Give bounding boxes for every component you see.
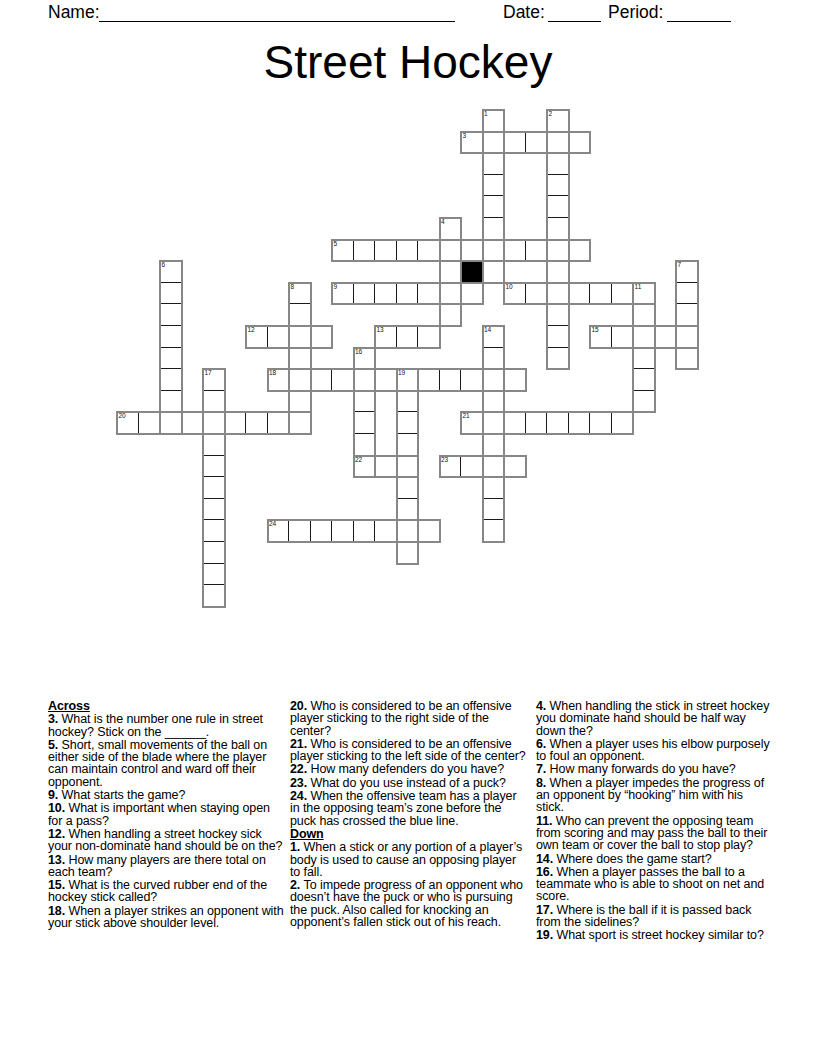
grid-cell[interactable]: [311, 520, 333, 542]
grid-cell[interactable]: [354, 391, 376, 413]
grid-cell[interactable]: [160, 326, 182, 348]
grid-cell[interactable]: [569, 240, 591, 262]
clue-item-down-8: 8. When a player impedes the progress of…: [536, 777, 774, 814]
grid-cell[interactable]: [526, 240, 548, 262]
grid-cell[interactable]: [311, 369, 333, 391]
clue-item-across-9: 9. What starts the game?: [48, 789, 286, 801]
clue-number: 15: [592, 326, 599, 334]
clue-column: Across3. What is the number one rule in …: [48, 700, 286, 930]
clue-num: 12.: [48, 827, 68, 841]
grid-cell[interactable]: [483, 391, 505, 413]
grid-cell[interactable]: [354, 520, 376, 542]
grid-cell[interactable]: [397, 240, 419, 262]
clue-number: 2: [549, 110, 553, 118]
grid-cell[interactable]: [160, 348, 182, 370]
grid-cell[interactable]: [203, 499, 225, 521]
grid-cell[interactable]: [289, 369, 311, 391]
clue-column: 20. Who is considered to be an offensive…: [290, 700, 528, 929]
grid-cell[interactable]: [397, 499, 419, 521]
grid-cell[interactable]: [612, 326, 634, 348]
grid-cell[interactable]: [203, 542, 225, 564]
grid-cell[interactable]: [375, 456, 397, 478]
grid-cell[interactable]: [676, 304, 698, 326]
grid-cell[interactable]: [268, 326, 290, 348]
grid-cell[interactable]: [440, 369, 462, 391]
grid-cell[interactable]: [203, 477, 225, 499]
period-blank-line: [667, 3, 731, 22]
clue-number: 23: [441, 456, 448, 464]
clue-item-down-11: 11. Who can prevent the opposing team fr…: [536, 815, 774, 852]
clue-num: 24.: [290, 789, 310, 803]
clue-num: 3.: [48, 712, 62, 726]
grid-cell[interactable]: 2: [547, 110, 569, 132]
grid-cell[interactable]: [354, 369, 376, 391]
grid-cell[interactable]: [547, 304, 569, 326]
grid-cell[interactable]: [547, 326, 569, 348]
grid-cell[interactable]: 10: [504, 283, 526, 305]
grid-cell[interactable]: [160, 412, 182, 434]
clue-number: 21: [463, 412, 470, 420]
clue-number: 10: [506, 283, 513, 291]
grid-cell[interactable]: 7: [676, 261, 698, 283]
grid-cell[interactable]: [397, 391, 419, 413]
clue-num: 20.: [290, 699, 310, 713]
grid-cell[interactable]: [633, 326, 655, 348]
grid-cell[interactable]: [418, 369, 440, 391]
clue-num: 1.: [290, 840, 304, 854]
grid-cell[interactable]: [332, 520, 354, 542]
grid-cell[interactable]: [354, 240, 376, 262]
clue-item-across-3: 3. What is the number one rule in street…: [48, 713, 286, 738]
grid-cell[interactable]: [139, 412, 161, 434]
clue-num: 19.: [536, 928, 556, 942]
clue-item-across-21: 21. Who is considered to be an offensive…: [290, 738, 528, 763]
grid-cell[interactable]: [440, 261, 462, 283]
clue-number: 5: [334, 240, 338, 248]
clue-num: 11.: [536, 814, 556, 828]
clue-number: 24: [269, 520, 276, 528]
clue-number: 18: [269, 369, 276, 377]
grid-cell[interactable]: [483, 477, 505, 499]
clue-number: 7: [678, 261, 682, 269]
grid-cell[interactable]: [483, 456, 505, 478]
grid-cell[interactable]: [547, 132, 569, 154]
grid-cell[interactable]: [289, 326, 311, 348]
grid-cell[interactable]: [225, 412, 247, 434]
grid-cell[interactable]: [354, 434, 376, 456]
grid-cell[interactable]: [268, 412, 290, 434]
clue-item-down-6: 6. When a player uses his elbow purposel…: [536, 738, 774, 763]
grid-cell[interactable]: [483, 240, 505, 262]
clue-number: 14: [484, 326, 491, 334]
name-blank-line: [99, 3, 455, 22]
grid-cell[interactable]: [160, 391, 182, 413]
grid-cell[interactable]: [289, 520, 311, 542]
grid-cell[interactable]: [655, 326, 677, 348]
grid-cell[interactable]: [633, 369, 655, 391]
grid-cell[interactable]: [289, 304, 311, 326]
grid-cell[interactable]: [526, 132, 548, 154]
clue-number: 6: [162, 261, 166, 269]
clue-item-down-2: 2. To impede progress of an opponent who…: [290, 879, 528, 928]
grid-cell[interactable]: [160, 304, 182, 326]
grid-cell[interactable]: [526, 283, 548, 305]
clue-num: 2.: [290, 878, 304, 892]
grid-cell[interactable]: [483, 499, 505, 521]
clue-item-across-10: 10. What is important when staying open …: [48, 802, 286, 827]
grid-cell[interactable]: [590, 412, 612, 434]
grid-cell[interactable]: [483, 369, 505, 391]
clue-item-down-16: 16. When a player passes the ball to a t…: [536, 866, 774, 903]
grid-cell[interactable]: [418, 520, 440, 542]
grid-cell[interactable]: 9: [332, 283, 354, 305]
grid-cell[interactable]: [203, 412, 225, 434]
grid-cell[interactable]: [203, 585, 225, 607]
clue-number: 22: [355, 456, 362, 464]
grid-cell[interactable]: [483, 218, 505, 240]
grid-cell[interactable]: [676, 348, 698, 370]
date-label: Date:: [503, 2, 545, 22]
clue-num: 10.: [48, 801, 68, 815]
grid-cell[interactable]: [461, 283, 483, 305]
grid-cell[interactable]: [547, 240, 569, 262]
clue-item-down-14: 14. Where does the game start?: [536, 853, 774, 865]
grid-cell[interactable]: [547, 283, 569, 305]
grid-cell[interactable]: [397, 477, 419, 499]
grid-cell[interactable]: [160, 369, 182, 391]
grid-cell[interactable]: [676, 326, 698, 348]
across-heading: Across: [48, 700, 286, 712]
clue-number: 19: [398, 369, 405, 377]
grid-cell[interactable]: [569, 283, 591, 305]
clue-num: 23.: [290, 776, 310, 790]
grid-cell[interactable]: [633, 304, 655, 326]
grid-cell[interactable]: 1: [483, 110, 505, 132]
clue-number: 11: [635, 283, 642, 291]
clue-num: 18.: [48, 904, 68, 918]
grid-cell[interactable]: 3: [461, 132, 483, 154]
grid-cell[interactable]: [203, 520, 225, 542]
grid-cell[interactable]: [547, 153, 569, 175]
grid-cell[interactable]: [397, 434, 419, 456]
clue-item-across-22: 22. How many defenders do you have?: [290, 763, 528, 775]
name-label: Name:: [48, 2, 100, 22]
grid-cell[interactable]: [461, 456, 483, 478]
clue-number: 3: [463, 132, 467, 140]
grid-cell[interactable]: [354, 283, 376, 305]
clue-item-across-20: 20. Who is considered to be an offensive…: [290, 700, 528, 737]
clue-item-across-23: 23. What do you use instead of a puck?: [290, 777, 528, 789]
grid-cell[interactable]: [483, 520, 505, 542]
grid-cell[interactable]: [547, 175, 569, 197]
clue-num: 21.: [290, 737, 310, 751]
period-label: Period:: [608, 2, 663, 22]
grid-cell[interactable]: 18: [268, 369, 290, 391]
grid-cell[interactable]: [375, 283, 397, 305]
grid-cell[interactable]: 5: [332, 240, 354, 262]
clue-item-down-17: 17. Where is the ball if it is passed ba…: [536, 904, 774, 929]
grid-cell[interactable]: [612, 283, 634, 305]
grid-cell[interactable]: [203, 564, 225, 586]
clue-number: 17: [205, 369, 212, 377]
crossword-grid: 123456789101112131415161718192021222324: [117, 110, 698, 607]
clue-number: 8: [291, 283, 295, 291]
grid-cell[interactable]: [375, 369, 397, 391]
grid-cell[interactable]: [418, 283, 440, 305]
clue-item-across-18: 18. When a player strikes an opponent wi…: [48, 905, 286, 930]
grid-cell[interactable]: 20: [117, 412, 139, 434]
grid-cell[interactable]: 14: [483, 326, 505, 348]
clue-num: 5.: [48, 738, 62, 752]
grid-cell[interactable]: [289, 348, 311, 370]
clue-num: 9.: [48, 788, 62, 802]
grid-cell[interactable]: [483, 434, 505, 456]
grid-cell[interactable]: 8: [289, 283, 311, 305]
clue-num: 15.: [48, 878, 68, 892]
grid-cell[interactable]: [440, 240, 462, 262]
grid-cell[interactable]: [547, 412, 569, 434]
grid-cell[interactable]: [547, 261, 569, 283]
grid-cell[interactable]: [483, 348, 505, 370]
clue-number: 16: [355, 348, 362, 356]
grid-cell[interactable]: [375, 240, 397, 262]
grid-cell[interactable]: [418, 240, 440, 262]
grid-cell[interactable]: [504, 369, 526, 391]
grid-cell[interactable]: [461, 369, 483, 391]
grid-cell[interactable]: [461, 240, 483, 262]
grid-cell[interactable]: [289, 391, 311, 413]
clue-item-across-15: 15. What is the curved rubber end of the…: [48, 879, 286, 904]
grid-cell[interactable]: [590, 283, 612, 305]
grid-cell[interactable]: [547, 348, 569, 370]
grid-cell[interactable]: 4: [440, 218, 462, 240]
grid-cell[interactable]: [483, 196, 505, 218]
grid-cell[interactable]: [483, 261, 505, 283]
clue-num: 4.: [536, 699, 550, 713]
clue-item-across-24: 24. When the offensive team has a player…: [290, 790, 528, 827]
clue-number: 1: [484, 110, 488, 118]
clue-num: 13.: [48, 853, 68, 867]
grid-cell[interactable]: [569, 132, 591, 154]
grid-cell[interactable]: 21: [461, 412, 483, 434]
clue-column: 4. When handling the stick in street hoc…: [536, 700, 774, 943]
grid-cell[interactable]: [612, 412, 634, 434]
clue-num: 6.: [536, 737, 550, 751]
grid-cell[interactable]: 24: [268, 520, 290, 542]
grid-cell[interactable]: 19: [397, 369, 419, 391]
clue-item-down-7: 7. How many forwards do you have?: [536, 763, 774, 775]
grid-cell[interactable]: 6: [160, 261, 182, 283]
clue-item-across-13: 13. How many players are there total on …: [48, 854, 286, 879]
grid-cell[interactable]: [504, 412, 526, 434]
grid-cell[interactable]: [203, 456, 225, 478]
grid-cell[interactable]: 16: [354, 348, 376, 370]
grid-cell[interactable]: [440, 304, 462, 326]
grid-cell[interactable]: 15: [590, 326, 612, 348]
grid-cell[interactable]: [332, 369, 354, 391]
grid-cell[interactable]: [483, 412, 505, 434]
clue-number: 4: [441, 218, 445, 226]
grid-cell[interactable]: [397, 542, 419, 564]
clue-number: 9: [334, 283, 338, 291]
grid-cell[interactable]: [569, 412, 591, 434]
grid-cell[interactable]: [440, 283, 462, 305]
grid-cell[interactable]: [504, 240, 526, 262]
clue-num: 14.: [536, 852, 556, 866]
grid-cell[interactable]: [633, 391, 655, 413]
grid-cell[interactable]: [397, 326, 419, 348]
clue-num: 7.: [536, 762, 550, 776]
grid-cell[interactable]: [547, 196, 569, 218]
blocked-cell: [461, 261, 483, 283]
grid-cell[interactable]: [182, 412, 204, 434]
grid-cell[interactable]: 17: [203, 369, 225, 391]
grid-cell[interactable]: 23: [440, 456, 462, 478]
grid-cell[interactable]: [397, 520, 419, 542]
grid-cell[interactable]: [483, 153, 505, 175]
grid-cell[interactable]: [289, 412, 311, 434]
grid-cell[interactable]: [504, 456, 526, 478]
grid-cell[interactable]: [547, 218, 569, 240]
grid-cell[interactable]: [397, 456, 419, 478]
down-heading: Down: [290, 828, 528, 840]
grid-cell[interactable]: [354, 412, 376, 434]
clue-item-across-12: 12. When handling a street hockey sick y…: [48, 828, 286, 853]
grid-cell[interactable]: [203, 434, 225, 456]
grid-cell[interactable]: [483, 175, 505, 197]
grid-cell[interactable]: [676, 283, 698, 305]
grid-cell[interactable]: 22: [354, 456, 376, 478]
grid-cell[interactable]: [397, 412, 419, 434]
clue-number: 13: [377, 326, 384, 334]
grid-cell[interactable]: 12: [246, 326, 268, 348]
clue-number: 20: [119, 412, 126, 420]
grid-cell[interactable]: [375, 520, 397, 542]
clue-item-down-4: 4. When handling the stick in street hoc…: [536, 700, 774, 737]
clue-num: 8.: [536, 776, 550, 790]
grid-cell[interactable]: [504, 132, 526, 154]
grid-cell[interactable]: [397, 283, 419, 305]
grid-cell[interactable]: [483, 132, 505, 154]
grid-cell[interactable]: [311, 326, 333, 348]
clue-number: 12: [248, 326, 255, 334]
page-title: Street Hockey: [0, 34, 816, 90]
clue-num: 16.: [536, 865, 556, 879]
grid-cell[interactable]: [418, 326, 440, 348]
grid-cell[interactable]: [160, 283, 182, 305]
date-blank-line: [548, 3, 601, 22]
grid-cell[interactable]: [526, 412, 548, 434]
grid-cell[interactable]: [246, 412, 268, 434]
clue-num: 17.: [536, 903, 556, 917]
grid-cell[interactable]: 11: [633, 283, 655, 305]
clue-item-across-5: 5. Short, small movements of the ball on…: [48, 739, 286, 788]
grid-cell[interactable]: [203, 391, 225, 413]
clue-num: 22.: [290, 762, 310, 776]
grid-cell[interactable]: 13: [375, 326, 397, 348]
grid-cell[interactable]: [633, 348, 655, 370]
clue-item-down-1: 1. When a stick or any portion of a play…: [290, 841, 528, 878]
clue-item-down-19: 19. What sport is street hockey similar …: [536, 929, 774, 941]
